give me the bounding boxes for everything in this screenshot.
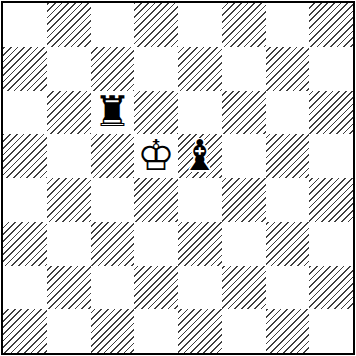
square-e3[interactable] — [178, 222, 222, 266]
square-h5[interactable] — [309, 134, 353, 178]
square-a8[interactable] — [3, 3, 47, 47]
square-d1[interactable] — [134, 309, 178, 353]
square-b7[interactable] — [47, 47, 91, 91]
square-g8[interactable] — [266, 3, 310, 47]
square-e8[interactable] — [178, 3, 222, 47]
square-c8[interactable] — [91, 3, 135, 47]
square-b3[interactable] — [47, 222, 91, 266]
square-b1[interactable] — [47, 309, 91, 353]
square-d3[interactable] — [134, 222, 178, 266]
square-d7[interactable] — [134, 47, 178, 91]
chess-board: ♜♔♝ — [3, 3, 353, 353]
square-e2[interactable] — [178, 266, 222, 310]
square-c7[interactable] — [91, 47, 135, 91]
black-rook-piece: ♜ — [94, 91, 132, 133]
square-f6[interactable] — [222, 91, 266, 135]
square-f3[interactable] — [222, 222, 266, 266]
square-g5[interactable] — [266, 134, 310, 178]
square-h2[interactable] — [309, 266, 353, 310]
square-h8[interactable] — [309, 3, 353, 47]
square-h3[interactable] — [309, 222, 353, 266]
square-h4[interactable] — [309, 178, 353, 222]
square-h1[interactable] — [309, 309, 353, 353]
square-a3[interactable] — [3, 222, 47, 266]
square-e1[interactable] — [178, 309, 222, 353]
square-c3[interactable] — [91, 222, 135, 266]
square-c4[interactable] — [91, 178, 135, 222]
square-a1[interactable] — [3, 309, 47, 353]
square-g1[interactable] — [266, 309, 310, 353]
square-c1[interactable] — [91, 309, 135, 353]
square-a2[interactable] — [3, 266, 47, 310]
square-e6[interactable] — [178, 91, 222, 135]
chess-diagram: ♜♔♝ — [0, 0, 356, 356]
square-f1[interactable] — [222, 309, 266, 353]
square-e5[interactable]: ♝ — [178, 134, 222, 178]
square-a5[interactable] — [3, 134, 47, 178]
square-d8[interactable] — [134, 3, 178, 47]
square-f5[interactable] — [222, 134, 266, 178]
square-b4[interactable] — [47, 178, 91, 222]
square-g6[interactable] — [266, 91, 310, 135]
square-b8[interactable] — [47, 3, 91, 47]
board-frame: ♜♔♝ — [1, 1, 355, 355]
square-a6[interactable] — [3, 91, 47, 135]
square-d6[interactable] — [134, 91, 178, 135]
square-b2[interactable] — [47, 266, 91, 310]
square-f2[interactable] — [222, 266, 266, 310]
square-h6[interactable] — [309, 91, 353, 135]
square-a7[interactable] — [3, 47, 47, 91]
square-b6[interactable] — [47, 91, 91, 135]
square-f4[interactable] — [222, 178, 266, 222]
square-g2[interactable] — [266, 266, 310, 310]
square-g4[interactable] — [266, 178, 310, 222]
square-d2[interactable] — [134, 266, 178, 310]
square-c6[interactable]: ♜ — [91, 91, 135, 135]
white-king-piece: ♔ — [137, 135, 175, 177]
square-b5[interactable] — [47, 134, 91, 178]
square-e4[interactable] — [178, 178, 222, 222]
square-a4[interactable] — [3, 178, 47, 222]
square-c2[interactable] — [91, 266, 135, 310]
square-f8[interactable] — [222, 3, 266, 47]
square-d5[interactable]: ♔ — [134, 134, 178, 178]
black-bishop-piece: ♝ — [181, 135, 219, 177]
square-e7[interactable] — [178, 47, 222, 91]
square-d4[interactable] — [134, 178, 178, 222]
square-f7[interactable] — [222, 47, 266, 91]
square-h7[interactable] — [309, 47, 353, 91]
square-g3[interactable] — [266, 222, 310, 266]
square-c5[interactable] — [91, 134, 135, 178]
square-g7[interactable] — [266, 47, 310, 91]
